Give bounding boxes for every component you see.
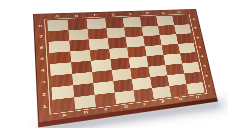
rank-label: 7 bbox=[34, 31, 48, 43]
file-label: C bbox=[86, 12, 105, 19]
rank-label: 1 bbox=[203, 81, 216, 93]
file-label: A bbox=[47, 13, 67, 20]
file-label: H bbox=[171, 9, 187, 15]
file-label: F bbox=[139, 10, 156, 16]
rank-label: 8 bbox=[33, 21, 47, 32]
file-label: G bbox=[155, 10, 172, 16]
file-label: E bbox=[122, 11, 140, 17]
rank-label: 1 bbox=[37, 100, 52, 114]
file-label: D bbox=[104, 11, 123, 18]
photo-background: ABCDEFGH ABCDEFGH 87654321 87654321 bbox=[0, 0, 228, 128]
file-label: B bbox=[67, 12, 87, 19]
